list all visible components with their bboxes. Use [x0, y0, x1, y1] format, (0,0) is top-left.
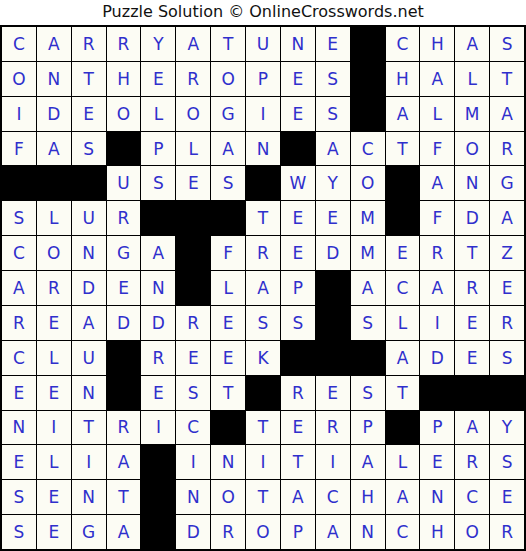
letter-cell-r13c14: R — [455, 445, 489, 479]
letter-cell-r3c4: O — [107, 97, 141, 131]
letter-cell-r2c12: H — [386, 62, 420, 96]
block-cell-r5c12 — [386, 166, 420, 200]
letter-cell-r5c6: E — [176, 166, 210, 200]
letter-cell-r8c3: D — [72, 271, 106, 305]
letter-cell-r14c3: N — [72, 480, 106, 514]
letter-cell-r1c12: C — [386, 27, 420, 61]
letter-cell-r9c6: R — [176, 306, 210, 340]
letter-cell-r6c15: A — [490, 201, 524, 235]
letter-cell-r2c3: T — [72, 62, 106, 96]
letter-cell-r13c15: S — [490, 445, 524, 479]
letter-cell-r7c8: R — [246, 236, 280, 270]
letter-cell-r2c10: S — [316, 62, 350, 96]
letter-cell-r13c11: A — [351, 445, 385, 479]
puzzle-solution-page: Puzzle Solution © OnlineCrosswords.net C… — [0, 0, 526, 551]
letter-cell-r15c13: H — [420, 515, 454, 549]
letter-cell-r12c1: N — [2, 411, 36, 445]
block-cell-r15c5 — [141, 515, 175, 549]
letter-cell-r7c15: Z — [490, 236, 524, 270]
letter-cell-r7c14: T — [455, 236, 489, 270]
block-cell-r1c11 — [351, 27, 385, 61]
letter-cell-r7c2: O — [37, 236, 71, 270]
letter-cell-r11c6: S — [176, 376, 210, 410]
letter-cell-r9c14: E — [455, 306, 489, 340]
letter-cell-r6c4: R — [107, 201, 141, 235]
letter-cell-r7c3: N — [72, 236, 106, 270]
letter-cell-r10c14: E — [455, 341, 489, 375]
letter-cell-r13c13: E — [420, 445, 454, 479]
letter-cell-r1c9: N — [281, 27, 315, 61]
letter-cell-r12c15: Y — [490, 411, 524, 445]
letter-cell-r3c3: E — [72, 97, 106, 131]
letter-cell-r14c11: H — [351, 480, 385, 514]
letter-cell-r7c13: R — [420, 236, 454, 270]
letter-cell-r4c14: O — [455, 132, 489, 166]
letter-cell-r14c1: S — [2, 480, 36, 514]
letter-cell-r2c9: E — [281, 62, 315, 96]
letter-cell-r10c5: R — [141, 341, 175, 375]
letter-cell-r2c14: L — [455, 62, 489, 96]
letter-cell-r15c11: N — [351, 515, 385, 549]
letter-cell-r2c8: P — [246, 62, 280, 96]
letter-cell-r8c13: A — [420, 271, 454, 305]
letter-cell-r13c10: I — [316, 445, 350, 479]
letter-cell-r11c11: S — [351, 376, 385, 410]
letter-cell-r14c14: C — [455, 480, 489, 514]
letter-cell-r14c7: O — [211, 480, 245, 514]
letter-cell-r15c9: P — [281, 515, 315, 549]
letter-cell-r15c1: S — [2, 515, 36, 549]
letter-cell-r9c7: E — [211, 306, 245, 340]
letter-cell-r11c12: T — [386, 376, 420, 410]
letter-cell-r4c11: C — [351, 132, 385, 166]
block-cell-r5c1 — [2, 166, 36, 200]
letter-cell-r14c15: E — [490, 480, 524, 514]
letter-cell-r4c13: F — [420, 132, 454, 166]
letter-cell-r12c14: A — [455, 411, 489, 445]
letter-cell-r2c6: R — [176, 62, 210, 96]
letter-cell-r3c2: D — [37, 97, 71, 131]
letter-cell-r6c9: E — [281, 201, 315, 235]
letter-cell-r13c1: E — [2, 445, 36, 479]
letter-cell-r5c15: G — [490, 166, 524, 200]
letter-cell-r12c11: P — [351, 411, 385, 445]
letter-cell-r7c9: E — [281, 236, 315, 270]
letter-cell-r15c14: O — [455, 515, 489, 549]
block-cell-r11c8 — [246, 376, 280, 410]
block-cell-r7c6 — [176, 236, 210, 270]
letter-cell-r12c2: I — [37, 411, 71, 445]
letter-cell-r15c2: E — [37, 515, 71, 549]
block-cell-r4c4 — [107, 132, 141, 166]
letter-cell-r3c7: G — [211, 97, 245, 131]
letter-cell-r1c3: R — [72, 27, 106, 61]
letter-cell-r12c4: R — [107, 411, 141, 445]
letter-cell-r1c2: A — [37, 27, 71, 61]
letter-cell-r9c8: S — [246, 306, 280, 340]
block-cell-r6c12 — [386, 201, 420, 235]
letter-cell-r7c4: G — [107, 236, 141, 270]
letter-cell-r8c9: P — [281, 271, 315, 305]
letter-cell-r8c2: R — [37, 271, 71, 305]
letter-cell-r5c11: O — [351, 166, 385, 200]
block-cell-r14c5 — [141, 480, 175, 514]
block-cell-r12c12 — [386, 411, 420, 445]
letter-cell-r15c12: C — [386, 515, 420, 549]
letter-cell-r1c5: Y — [141, 27, 175, 61]
letter-cell-r12c10: R — [316, 411, 350, 445]
letter-cell-r5c4: U — [107, 166, 141, 200]
letter-cell-r3c9: E — [281, 97, 315, 131]
letter-cell-r10c3: U — [72, 341, 106, 375]
letter-cell-r14c2: E — [37, 480, 71, 514]
letter-cell-r14c4: T — [107, 480, 141, 514]
letter-cell-r13c4: A — [107, 445, 141, 479]
block-cell-r4c9 — [281, 132, 315, 166]
letter-cell-r9c5: D — [141, 306, 175, 340]
letter-cell-r4c5: P — [141, 132, 175, 166]
block-cell-r5c3 — [72, 166, 106, 200]
page-title: Puzzle Solution © OnlineCrosswords.net — [0, 0, 526, 25]
letter-cell-r6c2: L — [37, 201, 71, 235]
letter-cell-r14c6: N — [176, 480, 210, 514]
block-cell-r11c14 — [455, 376, 489, 410]
letter-cell-r4c10: A — [316, 132, 350, 166]
letter-cell-r2c15: T — [490, 62, 524, 96]
letter-cell-r6c13: F — [420, 201, 454, 235]
letter-cell-r8c4: E — [107, 271, 141, 305]
block-cell-r11c13 — [420, 376, 454, 410]
letter-cell-r13c6: I — [176, 445, 210, 479]
letter-cell-r15c8: O — [246, 515, 280, 549]
letter-cell-r4c3: S — [72, 132, 106, 166]
letter-cell-r12c8: T — [246, 411, 280, 445]
letter-cell-r8c15: E — [490, 271, 524, 305]
letter-cell-r11c1: E — [2, 376, 36, 410]
letter-cell-r4c7: A — [211, 132, 245, 166]
letter-cell-r2c1: O — [2, 62, 36, 96]
letter-cell-r15c10: A — [316, 515, 350, 549]
letter-cell-r10c6: E — [176, 341, 210, 375]
letter-cell-r6c8: T — [246, 201, 280, 235]
letter-cell-r1c10: E — [316, 27, 350, 61]
letter-cell-r8c11: A — [351, 271, 385, 305]
letter-cell-r13c3: I — [72, 445, 106, 479]
letter-cell-r14c12: A — [386, 480, 420, 514]
letter-cell-r8c14: R — [455, 271, 489, 305]
block-cell-r8c10 — [316, 271, 350, 305]
block-cell-r6c5 — [141, 201, 175, 235]
letter-cell-r8c1: A — [2, 271, 36, 305]
letter-cell-r3c5: L — [141, 97, 175, 131]
block-cell-r8c6 — [176, 271, 210, 305]
letter-cell-r9c2: E — [37, 306, 71, 340]
letter-cell-r15c3: G — [72, 515, 106, 549]
letter-cell-r3c10: S — [316, 97, 350, 131]
letter-cell-r14c8: T — [246, 480, 280, 514]
letter-cell-r4c12: T — [386, 132, 420, 166]
letter-cell-r10c12: A — [386, 341, 420, 375]
block-cell-r12c7 — [211, 411, 245, 445]
letter-cell-r8c5: N — [141, 271, 175, 305]
letter-cell-r13c7: N — [211, 445, 245, 479]
letter-cell-r14c10: C — [316, 480, 350, 514]
letter-cell-r6c10: E — [316, 201, 350, 235]
letter-cell-r2c7: O — [211, 62, 245, 96]
letter-cell-r3c15: A — [490, 97, 524, 131]
letter-cell-r3c13: L — [420, 97, 454, 131]
letter-cell-r10c2: L — [37, 341, 71, 375]
block-cell-r11c15 — [490, 376, 524, 410]
letter-cell-r2c2: N — [37, 62, 71, 96]
letter-cell-r7c1: C — [2, 236, 36, 270]
letter-cell-r11c5: E — [141, 376, 175, 410]
letter-cell-r7c11: M — [351, 236, 385, 270]
block-cell-r2c11 — [351, 62, 385, 96]
letter-cell-r3c14: M — [455, 97, 489, 131]
letter-cell-r10c1: C — [2, 341, 36, 375]
letter-cell-r4c1: F — [2, 132, 36, 166]
letter-cell-r15c6: D — [176, 515, 210, 549]
letter-cell-r1c15: S — [490, 27, 524, 61]
letter-cell-r11c3: N — [72, 376, 106, 410]
letter-cell-r4c2: A — [37, 132, 71, 166]
letter-cell-r1c4: R — [107, 27, 141, 61]
letter-cell-r5c13: A — [420, 166, 454, 200]
letter-cell-r15c7: R — [211, 515, 245, 549]
letter-cell-r1c13: H — [420, 27, 454, 61]
letter-cell-r6c11: M — [351, 201, 385, 235]
block-cell-r6c6 — [176, 201, 210, 235]
letter-cell-r4c8: N — [246, 132, 280, 166]
letter-cell-r8c12: C — [386, 271, 420, 305]
letter-cell-r7c12: E — [386, 236, 420, 270]
letter-cell-r14c13: N — [420, 480, 454, 514]
block-cell-r10c10 — [316, 341, 350, 375]
block-cell-r5c8 — [246, 166, 280, 200]
letter-cell-r6c1: S — [2, 201, 36, 235]
letter-cell-r5c7: S — [211, 166, 245, 200]
block-cell-r9c10 — [316, 306, 350, 340]
block-cell-r13c5 — [141, 445, 175, 479]
letter-cell-r13c12: L — [386, 445, 420, 479]
letter-cell-r5c9: W — [281, 166, 315, 200]
letter-cell-r2c4: H — [107, 62, 141, 96]
letter-cell-r12c9: E — [281, 411, 315, 445]
letter-cell-r3c1: I — [2, 97, 36, 131]
letter-cell-r9c13: I — [420, 306, 454, 340]
letter-cell-r11c10: E — [316, 376, 350, 410]
letter-cell-r13c8: I — [246, 445, 280, 479]
block-cell-r10c4 — [107, 341, 141, 375]
letter-cell-r13c2: L — [37, 445, 71, 479]
letter-cell-r9c1: R — [2, 306, 36, 340]
letter-cell-r12c3: T — [72, 411, 106, 445]
letter-cell-r1c1: C — [2, 27, 36, 61]
letter-cell-r7c5: A — [141, 236, 175, 270]
letter-cell-r14c9: A — [281, 480, 315, 514]
letter-cell-r13c9: T — [281, 445, 315, 479]
letter-cell-r5c14: N — [455, 166, 489, 200]
letter-cell-r11c9: R — [281, 376, 315, 410]
block-cell-r10c11 — [351, 341, 385, 375]
letter-cell-r10c8: K — [246, 341, 280, 375]
letter-cell-r11c2: E — [37, 376, 71, 410]
block-cell-r6c7 — [211, 201, 245, 235]
letter-cell-r2c5: E — [141, 62, 175, 96]
letter-cell-r7c7: F — [211, 236, 245, 270]
letter-cell-r5c5: S — [141, 166, 175, 200]
block-cell-r10c9 — [281, 341, 315, 375]
letter-cell-r12c5: I — [141, 411, 175, 445]
letter-cell-r2c13: A — [420, 62, 454, 96]
letter-cell-r3c8: I — [246, 97, 280, 131]
letter-cell-r10c13: D — [420, 341, 454, 375]
letter-cell-r3c12: A — [386, 97, 420, 131]
letter-cell-r11c7: T — [211, 376, 245, 410]
letter-cell-r15c4: A — [107, 515, 141, 549]
letter-cell-r15c15: R — [490, 515, 524, 549]
letter-cell-r9c12: L — [386, 306, 420, 340]
letter-cell-r9c4: D — [107, 306, 141, 340]
block-cell-r3c11 — [351, 97, 385, 131]
letter-cell-r10c7: E — [211, 341, 245, 375]
letter-cell-r1c6: A — [176, 27, 210, 61]
letter-cell-r1c14: A — [455, 27, 489, 61]
letter-cell-r5c10: Y — [316, 166, 350, 200]
block-cell-r5c2 — [37, 166, 71, 200]
crossword-grid: CARRYATUNECHASONTHEROPESHALTIDEOLOGIESAL… — [0, 25, 526, 551]
letter-cell-r1c8: U — [246, 27, 280, 61]
letter-cell-r6c14: D — [455, 201, 489, 235]
letter-cell-r9c3: A — [72, 306, 106, 340]
letter-cell-r9c9: S — [281, 306, 315, 340]
letter-cell-r9c11: S — [351, 306, 385, 340]
letter-cell-r8c8: A — [246, 271, 280, 305]
letter-cell-r9c15: R — [490, 306, 524, 340]
letter-cell-r4c15: R — [490, 132, 524, 166]
letter-cell-r3c6: O — [176, 97, 210, 131]
letter-cell-r4c6: L — [176, 132, 210, 166]
block-cell-r11c4 — [107, 376, 141, 410]
letter-cell-r8c7: L — [211, 271, 245, 305]
letter-cell-r7c10: D — [316, 236, 350, 270]
letter-cell-r10c15: S — [490, 341, 524, 375]
letter-cell-r12c6: C — [176, 411, 210, 445]
letter-cell-r6c3: U — [72, 201, 106, 235]
letter-cell-r12c13: P — [420, 411, 454, 445]
letter-cell-r1c7: T — [211, 27, 245, 61]
